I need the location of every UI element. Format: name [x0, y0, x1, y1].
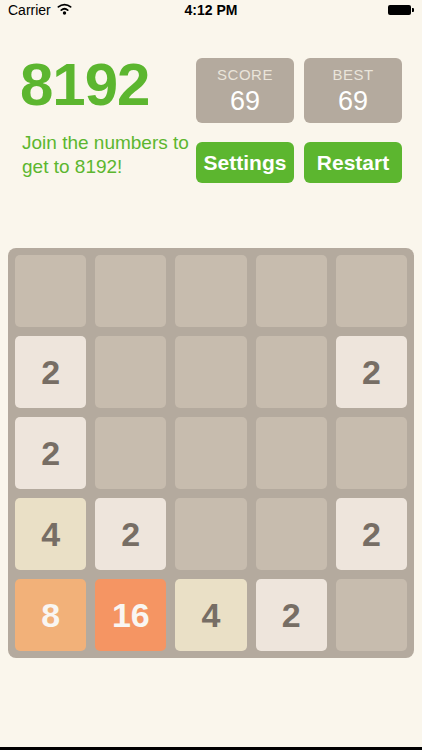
status-bar-right [388, 0, 414, 20]
button-row: Settings Restart [196, 142, 402, 183]
tile-2-r5c4: 2 [256, 579, 327, 651]
empty-cell-r1c4 [256, 255, 327, 327]
empty-cell-r2c4 [256, 336, 327, 408]
best-box: BEST 69 [304, 58, 402, 123]
empty-cell-r1c2 [95, 255, 166, 327]
best-label: BEST [332, 66, 373, 83]
tile-16-r5c2: 16 [95, 579, 166, 651]
page-subtitle: Join the numbers to get to 8192! [22, 131, 217, 179]
empty-cell-r4c3 [175, 498, 246, 570]
empty-cell-r3c5 [336, 417, 407, 489]
tile-2-r4c5: 2 [336, 498, 407, 570]
app-screen: Carrier 4:12 PM 8192 Join the numbers to… [0, 0, 422, 750]
tile-8-r5c1: 8 [15, 579, 86, 651]
restart-button[interactable]: Restart [304, 142, 402, 183]
settings-button[interactable]: Settings [196, 142, 294, 183]
page-title: 8192 [20, 50, 149, 119]
empty-cell-r1c3 [175, 255, 246, 327]
battery-icon-nub [412, 8, 414, 12]
score-label: SCORE [217, 66, 273, 83]
empty-cell-r1c5 [336, 255, 407, 327]
empty-cell-r3c2 [95, 417, 166, 489]
tile-4-r4c1: 4 [15, 498, 86, 570]
tile-2-r3c1: 2 [15, 417, 86, 489]
score-box: SCORE 69 [196, 58, 294, 123]
battery-icon [388, 5, 411, 15]
empty-cell-r4c4 [256, 498, 327, 570]
empty-cell-r2c3 [175, 336, 246, 408]
tile-2-r4c2: 2 [95, 498, 166, 570]
status-bar-clock: 4:12 PM [0, 0, 422, 20]
empty-cell-r1c1 [15, 255, 86, 327]
score-row: SCORE 69 BEST 69 [196, 58, 402, 123]
status-bar: Carrier 4:12 PM [0, 0, 422, 20]
empty-cell-r3c4 [256, 417, 327, 489]
empty-cell-r3c3 [175, 417, 246, 489]
best-value: 69 [338, 86, 368, 117]
empty-cell-r5c5 [336, 579, 407, 651]
empty-cell-r2c2 [95, 336, 166, 408]
score-value: 69 [230, 86, 260, 117]
tile-2-r2c5: 2 [336, 336, 407, 408]
tile-4-r5c3: 4 [175, 579, 246, 651]
board[interactable]: 22242281642 [8, 248, 414, 658]
tile-2-r2c1: 2 [15, 336, 86, 408]
